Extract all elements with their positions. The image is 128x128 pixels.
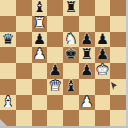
piece-black-pawn[interactable]: ♟ (96, 32, 109, 47)
window-background-bottom (0, 126, 128, 128)
piece-black-pawn[interactable]: ♟ (49, 63, 62, 78)
square-h7[interactable] (110, 16, 126, 32)
square-g7[interactable] (95, 16, 111, 32)
piece-black-rook[interactable]: ♜ (80, 47, 93, 62)
piece-black-bishop[interactable]: ♝ (64, 79, 77, 94)
piece-black-rook[interactable]: ♜ (64, 0, 77, 15)
piece-black-pawn[interactable]: ♟ (33, 32, 46, 47)
square-e5[interactable]: ♚ (63, 47, 79, 63)
square-f6[interactable]: ♟ (79, 32, 95, 48)
square-f5[interactable]: ♜ (79, 47, 95, 63)
square-b6[interactable] (16, 32, 32, 48)
square-d5[interactable] (47, 47, 63, 63)
square-a6[interactable]: ♛ (0, 32, 16, 48)
square-c8[interactable]: ♝ (32, 0, 48, 16)
square-f7[interactable] (79, 16, 95, 32)
square-b3[interactable] (16, 79, 32, 95)
square-b5[interactable] (16, 47, 32, 63)
square-a8[interactable] (0, 0, 16, 16)
square-h1[interactable] (110, 110, 126, 126)
square-d3[interactable]: ♛ (47, 79, 63, 95)
piece-black-bishop[interactable]: ♝ (33, 0, 46, 15)
square-g3[interactable] (95, 79, 111, 95)
piece-white-pawn[interactable]: ♟ (80, 95, 93, 110)
square-d1[interactable] (47, 110, 63, 126)
square-c4[interactable] (32, 63, 48, 79)
square-g6[interactable]: ♟ (95, 32, 111, 48)
piece-white-bishop[interactable]: ♝ (1, 95, 14, 110)
square-g5[interactable]: ♟ (95, 47, 111, 63)
square-b2[interactable] (16, 95, 32, 111)
piece-black-pawn[interactable]: ♟ (96, 47, 109, 62)
square-d2[interactable] (47, 95, 63, 111)
chess-board: ♝♜♜♛♟♞♟♟♟♚♜♟♟♟♚♛♝♝♟ (0, 0, 126, 126)
piece-white-rook[interactable]: ♜ (33, 16, 46, 31)
square-e8[interactable]: ♜ (63, 0, 79, 16)
piece-white-pawn[interactable]: ♟ (33, 47, 46, 62)
window-background-right (126, 0, 128, 128)
square-h8[interactable] (110, 0, 126, 16)
square-e4[interactable] (63, 63, 79, 79)
square-b8[interactable] (16, 0, 32, 16)
piece-black-queen[interactable]: ♛ (1, 32, 14, 47)
app-window: ♝♜♜♛♟♞♟♟♟♚♜♟♟♟♚♛♝♝♟ (0, 0, 128, 128)
square-e7[interactable] (63, 16, 79, 32)
square-a3[interactable] (0, 79, 16, 95)
piece-black-pawn[interactable]: ♟ (80, 32, 93, 47)
square-b7[interactable] (16, 16, 32, 32)
square-d8[interactable] (47, 0, 63, 16)
piece-white-knight[interactable]: ♞ (64, 32, 77, 47)
square-g4[interactable]: ♚ (95, 63, 111, 79)
square-c5[interactable]: ♟ (32, 47, 48, 63)
square-c1[interactable] (32, 110, 48, 126)
square-g2[interactable] (95, 95, 111, 111)
square-c2[interactable] (32, 95, 48, 111)
square-f1[interactable] (79, 110, 95, 126)
square-g1[interactable] (95, 110, 111, 126)
square-a5[interactable] (0, 47, 16, 63)
square-e2[interactable] (63, 95, 79, 111)
square-h2[interactable] (110, 95, 126, 111)
square-f3[interactable] (79, 79, 95, 95)
piece-black-king[interactable]: ♚ (64, 47, 77, 62)
square-f2[interactable]: ♟ (79, 95, 95, 111)
square-g8[interactable] (95, 0, 111, 16)
square-a4[interactable] (0, 63, 16, 79)
square-e6[interactable]: ♞ (63, 32, 79, 48)
square-f4[interactable]: ♟ (79, 63, 95, 79)
square-h4[interactable] (110, 63, 126, 79)
square-h5[interactable] (110, 47, 126, 63)
square-a7[interactable] (0, 16, 16, 32)
square-a2[interactable]: ♝ (0, 95, 16, 111)
square-c6[interactable]: ♟ (32, 32, 48, 48)
square-b1[interactable] (16, 110, 32, 126)
square-d4[interactable]: ♟ (47, 63, 63, 79)
square-b4[interactable] (16, 63, 32, 79)
piece-black-pawn[interactable]: ♟ (80, 63, 93, 78)
square-c7[interactable]: ♜ (32, 16, 48, 32)
piece-white-king[interactable]: ♚ (96, 63, 109, 78)
square-d6[interactable] (47, 32, 63, 48)
square-h6[interactable] (110, 32, 126, 48)
square-f8[interactable] (79, 0, 95, 16)
square-e1[interactable] (63, 110, 79, 126)
piece-white-queen[interactable]: ♛ (49, 79, 62, 94)
square-d7[interactable] (47, 16, 63, 32)
square-c3[interactable] (32, 79, 48, 95)
square-e3[interactable]: ♝ (63, 79, 79, 95)
